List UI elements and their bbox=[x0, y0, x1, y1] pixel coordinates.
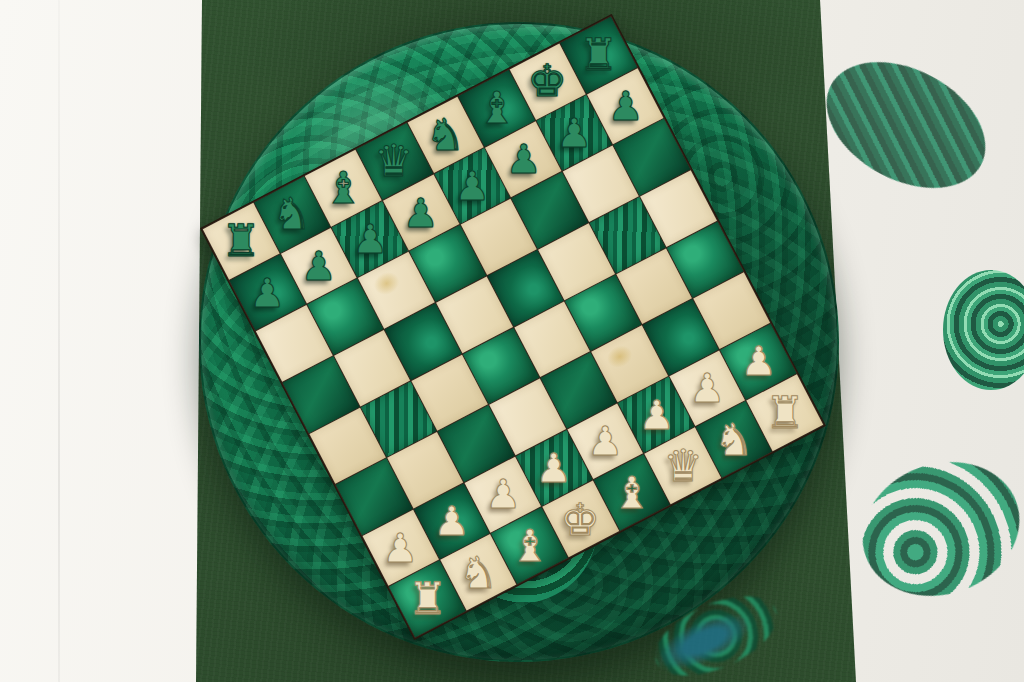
black-queen: ♛ bbox=[375, 139, 414, 183]
white-rook: ♜ bbox=[407, 577, 446, 621]
white-pawn: ♟ bbox=[689, 368, 725, 408]
white-pawn: ♟ bbox=[638, 395, 674, 435]
photo-scene: ♜♞♝♛♞♝♚♜♟♟♟♟♟♟♟♟♟♟♟♟♟♟♟♟♜♞♝♚♝♛♞♜ bbox=[0, 0, 1024, 682]
black-pawn: ♟ bbox=[301, 246, 337, 286]
white-knight: ♞ bbox=[714, 417, 753, 461]
black-pawn: ♟ bbox=[403, 193, 439, 233]
white-bishop: ♝ bbox=[612, 471, 651, 515]
black-king: ♚ bbox=[528, 60, 567, 104]
black-pawn: ♟ bbox=[556, 113, 592, 153]
white-pawn: ♟ bbox=[587, 421, 623, 461]
white-pawn: ♟ bbox=[434, 501, 470, 541]
white-king: ♚ bbox=[561, 497, 600, 541]
white-pawn: ♟ bbox=[740, 342, 776, 382]
white-pawn: ♟ bbox=[485, 475, 521, 515]
white-rook: ♜ bbox=[765, 391, 804, 435]
black-pawn: ♟ bbox=[352, 219, 388, 259]
black-knight: ♞ bbox=[272, 193, 311, 237]
backdrop-crease-line bbox=[58, 0, 60, 682]
black-pawn: ♟ bbox=[454, 166, 490, 206]
white-pawn: ♟ bbox=[536, 448, 572, 488]
black-rook: ♜ bbox=[221, 219, 260, 263]
white-knight: ♞ bbox=[459, 550, 498, 594]
white-queen: ♛ bbox=[663, 444, 702, 488]
white-bishop: ♝ bbox=[510, 524, 549, 568]
black-pawn: ♟ bbox=[607, 86, 643, 126]
black-pawn: ♟ bbox=[505, 139, 541, 179]
black-knight: ♞ bbox=[426, 113, 465, 157]
white-pawn: ♟ bbox=[383, 528, 419, 568]
black-rook: ♜ bbox=[579, 33, 618, 77]
black-bishop: ♝ bbox=[477, 86, 516, 130]
black-pawn: ♟ bbox=[250, 272, 286, 312]
black-bishop: ♝ bbox=[323, 166, 362, 210]
